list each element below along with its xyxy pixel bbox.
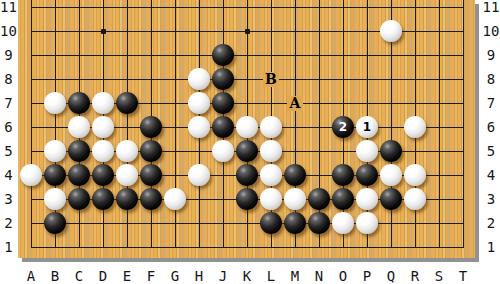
black-stone-Q3[interactable]	[380, 188, 402, 210]
grid-vline-S	[439, 0, 440, 248]
coord-bottom-C: C	[71, 268, 87, 284]
coord-bottom-F: F	[143, 268, 159, 284]
coord-bottom-J: J	[215, 268, 231, 284]
white-stone-G3[interactable]	[164, 188, 186, 210]
black-stone-O4[interactable]	[332, 164, 354, 186]
coord-bottom-A: A	[23, 268, 39, 284]
black-stone-C3[interactable]	[68, 188, 90, 210]
coord-bottom-K: K	[239, 268, 255, 284]
go-diagram: 21BA 1110987654321 1110987654321 ABCDEFG…	[0, 0, 500, 284]
go-board[interactable]: 21BA	[18, 0, 475, 258]
black-stone-K4[interactable]	[236, 164, 258, 186]
white-stone-R6[interactable]	[404, 116, 426, 138]
coord-left-10: 10	[0, 23, 17, 39]
coord-left-8: 8	[0, 71, 17, 87]
coord-right-11: 11	[482, 0, 500, 15]
black-stone-D4[interactable]	[92, 164, 114, 186]
black-stone-M2[interactable]	[284, 212, 306, 234]
coord-left-7: 7	[0, 95, 17, 111]
black-stone-J7[interactable]	[212, 92, 234, 114]
grid-vline-A	[31, 0, 32, 248]
white-stone-Q4[interactable]	[380, 164, 402, 186]
grid-vline-G	[175, 0, 176, 248]
black-stone-N2[interactable]	[308, 212, 330, 234]
grid-vline-B	[55, 0, 56, 248]
white-stone-C6[interactable]	[68, 116, 90, 138]
coord-bottom-N: N	[311, 268, 327, 284]
grid-vline-E	[127, 0, 128, 248]
white-stone-R3[interactable]	[404, 188, 426, 210]
black-stone-J6[interactable]	[212, 116, 234, 138]
black-stone-C4[interactable]	[68, 164, 90, 186]
white-stone-Q10[interactable]	[380, 20, 402, 42]
coord-right-2: 2	[482, 215, 500, 231]
coord-bottom-E: E	[119, 268, 135, 284]
black-stone-E3[interactable]	[116, 188, 138, 210]
white-stone-B7[interactable]	[44, 92, 66, 114]
black-stone-O3[interactable]	[332, 188, 354, 210]
coord-bottom-T: T	[455, 268, 471, 284]
coord-bottom-O: O	[335, 268, 351, 284]
white-stone-L6[interactable]	[260, 116, 282, 138]
black-stone-M4[interactable]	[284, 164, 306, 186]
coord-bottom-R: R	[407, 268, 423, 284]
white-stone-H8[interactable]	[188, 68, 210, 90]
coord-right-4: 4	[482, 167, 500, 183]
black-stone-B4[interactable]	[44, 164, 66, 186]
coord-bottom-L: L	[263, 268, 279, 284]
black-stone-C5[interactable]	[68, 140, 90, 162]
coord-right-10: 10	[482, 23, 500, 39]
coord-bottom-P: P	[359, 268, 375, 284]
black-stone-K3[interactable]	[236, 188, 258, 210]
white-stone-E5[interactable]	[116, 140, 138, 162]
white-stone-A4[interactable]	[20, 164, 42, 186]
white-stone-P5[interactable]	[356, 140, 378, 162]
coord-right-5: 5	[482, 143, 500, 159]
white-stone-D6[interactable]	[92, 116, 114, 138]
coord-bottom-D: D	[95, 268, 111, 284]
black-stone-F6[interactable]	[140, 116, 162, 138]
black-stone-F3[interactable]	[140, 188, 162, 210]
star-point-K10	[245, 29, 250, 34]
coord-bottom-M: M	[287, 268, 303, 284]
white-stone-E4[interactable]	[116, 164, 138, 186]
coord-left-11: 11	[0, 0, 17, 15]
black-stone-D3[interactable]	[92, 188, 114, 210]
coord-left-2: 2	[0, 215, 17, 231]
white-stone-P3[interactable]	[356, 188, 378, 210]
white-stone-K6[interactable]	[236, 116, 258, 138]
coord-bottom-B: B	[47, 268, 63, 284]
white-stone-L3[interactable]	[260, 188, 282, 210]
white-stone-O2[interactable]	[332, 212, 354, 234]
point-label-A: A	[287, 96, 303, 111]
white-stone-P2[interactable]	[356, 212, 378, 234]
coord-right-7: 7	[482, 95, 500, 111]
white-stone-R4[interactable]	[404, 164, 426, 186]
point-label-B: B	[263, 72, 279, 87]
grid-vline-M	[295, 0, 296, 248]
grid-vline-T	[463, 0, 464, 248]
grid-vline-N	[319, 0, 320, 248]
coord-bottom-H: H	[191, 268, 207, 284]
black-stone-J8[interactable]	[212, 68, 234, 90]
white-stone-H6[interactable]	[188, 116, 210, 138]
coord-left-6: 6	[0, 119, 17, 135]
white-stone-P6[interactable]: 1	[356, 116, 378, 138]
coord-right-3: 3	[482, 191, 500, 207]
coord-left-5: 5	[0, 143, 17, 159]
white-stone-B5[interactable]	[44, 140, 66, 162]
coord-bottom-S: S	[431, 268, 447, 284]
star-point-D10	[101, 29, 106, 34]
white-stone-H4[interactable]	[188, 164, 210, 186]
black-stone-E7[interactable]	[116, 92, 138, 114]
black-stone-F5[interactable]	[140, 140, 162, 162]
coord-right-8: 8	[482, 71, 500, 87]
white-stone-D7[interactable]	[92, 92, 114, 114]
black-stone-O6[interactable]: 2	[332, 116, 354, 138]
coord-left-3: 3	[0, 191, 17, 207]
coord-bottom-G: G	[167, 268, 183, 284]
white-stone-B3[interactable]	[44, 188, 66, 210]
coord-right-6: 6	[482, 119, 500, 135]
white-stone-J5[interactable]	[212, 140, 234, 162]
white-stone-H7[interactable]	[188, 92, 210, 114]
move-number-2: 2	[339, 121, 347, 133]
black-stone-L2[interactable]	[260, 212, 282, 234]
white-stone-L5[interactable]	[260, 140, 282, 162]
black-stone-P4[interactable]	[356, 164, 378, 186]
white-stone-M3[interactable]	[284, 188, 306, 210]
coord-left-1: 1	[0, 239, 17, 255]
black-stone-N3[interactable]	[308, 188, 330, 210]
coord-right-1: 1	[482, 239, 500, 255]
black-stone-B2[interactable]	[44, 212, 66, 234]
white-stone-L4[interactable]	[260, 164, 282, 186]
black-stone-K5[interactable]	[236, 140, 258, 162]
white-stone-D5[interactable]	[92, 140, 114, 162]
black-stone-J9[interactable]	[212, 44, 234, 66]
coord-left-4: 4	[0, 167, 17, 183]
black-stone-C7[interactable]	[68, 92, 90, 114]
move-number-1: 1	[363, 121, 371, 133]
black-stone-Q5[interactable]	[380, 140, 402, 162]
coord-left-9: 9	[0, 47, 17, 63]
coord-bottom-Q: Q	[383, 268, 399, 284]
black-stone-F4[interactable]	[140, 164, 162, 186]
coord-right-9: 9	[482, 47, 500, 63]
